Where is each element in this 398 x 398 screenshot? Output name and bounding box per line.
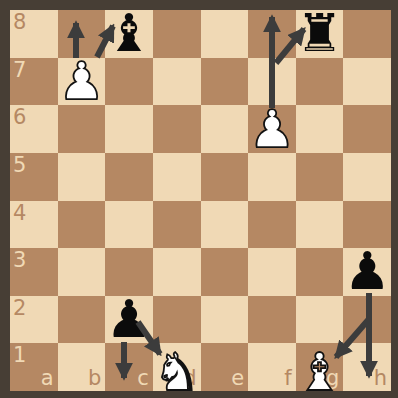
- square-d1[interactable]: d♞: [153, 343, 201, 391]
- square-f6[interactable]: ♟: [248, 105, 296, 153]
- square-e5[interactable]: [201, 153, 249, 201]
- square-a2[interactable]: 2: [10, 296, 58, 344]
- rank-label-6: 6: [13, 107, 26, 128]
- square-g8[interactable]: ♜: [296, 10, 344, 58]
- file-label-b: b: [88, 368, 101, 389]
- square-a1[interactable]: 1a: [10, 343, 58, 391]
- square-d8[interactable]: [153, 10, 201, 58]
- square-c7[interactable]: [105, 58, 153, 106]
- file-label-f: f: [284, 368, 291, 389]
- square-g7[interactable]: [296, 58, 344, 106]
- rank-label-1: 1: [13, 345, 26, 366]
- square-f3[interactable]: [248, 248, 296, 296]
- square-f2[interactable]: [248, 296, 296, 344]
- square-a3[interactable]: 3: [10, 248, 58, 296]
- black-pawn-c2[interactable]: ♟: [106, 296, 153, 343]
- rank-label-8: 8: [13, 12, 26, 33]
- square-a5[interactable]: 5: [10, 153, 58, 201]
- square-g6[interactable]: [296, 105, 344, 153]
- square-b7[interactable]: ♟: [58, 58, 106, 106]
- rank-label-5: 5: [13, 155, 26, 176]
- square-f1[interactable]: f: [248, 343, 296, 391]
- square-h2[interactable]: [343, 296, 391, 344]
- square-d4[interactable]: [153, 201, 201, 249]
- file-label-e: e: [231, 368, 244, 389]
- square-b6[interactable]: [58, 105, 106, 153]
- rank-label-2: 2: [13, 298, 26, 319]
- rank-label-3: 3: [13, 250, 26, 271]
- square-c4[interactable]: [105, 201, 153, 249]
- white-pawn-f6[interactable]: ♟: [249, 106, 296, 153]
- square-b1[interactable]: b: [58, 343, 106, 391]
- square-a7[interactable]: 7: [10, 58, 58, 106]
- white-pawn-b7[interactable]: ♟: [58, 58, 105, 105]
- square-g3[interactable]: [296, 248, 344, 296]
- square-e3[interactable]: [201, 248, 249, 296]
- square-h1[interactable]: h: [343, 343, 391, 391]
- square-f5[interactable]: [248, 153, 296, 201]
- square-d3[interactable]: [153, 248, 201, 296]
- square-a4[interactable]: 4: [10, 201, 58, 249]
- square-c1[interactable]: c: [105, 343, 153, 391]
- square-d5[interactable]: [153, 153, 201, 201]
- file-label-h: h: [374, 368, 387, 389]
- square-h5[interactable]: [343, 153, 391, 201]
- square-e2[interactable]: [201, 296, 249, 344]
- square-f4[interactable]: [248, 201, 296, 249]
- square-d2[interactable]: [153, 296, 201, 344]
- square-b2[interactable]: [58, 296, 106, 344]
- rank-label-7: 7: [13, 60, 26, 81]
- file-label-c: c: [137, 368, 149, 389]
- rank-label-4: 4: [13, 203, 26, 224]
- board-squares: 8♝♜7♟6♟543♟2♟1abcd♞efg♝h: [10, 10, 391, 391]
- square-c6[interactable]: [105, 105, 153, 153]
- square-c8[interactable]: ♝: [105, 10, 153, 58]
- square-a8[interactable]: 8: [10, 10, 58, 58]
- square-d6[interactable]: [153, 105, 201, 153]
- white-knight-d1[interactable]: ♞: [153, 349, 200, 396]
- white-bishop-g1[interactable]: ♝: [296, 349, 343, 396]
- square-h6[interactable]: [343, 105, 391, 153]
- square-e6[interactable]: [201, 105, 249, 153]
- square-e1[interactable]: e: [201, 343, 249, 391]
- chess-board: 8♝♜7♟6♟543♟2♟1abcd♞efg♝h: [0, 0, 398, 398]
- square-h3[interactable]: ♟: [343, 248, 391, 296]
- square-e4[interactable]: [201, 201, 249, 249]
- square-e8[interactable]: [201, 10, 249, 58]
- square-a6[interactable]: 6: [10, 105, 58, 153]
- square-b4[interactable]: [58, 201, 106, 249]
- square-b5[interactable]: [58, 153, 106, 201]
- black-pawn-h3[interactable]: ♟: [344, 248, 391, 295]
- square-c5[interactable]: [105, 153, 153, 201]
- black-rook-g8[interactable]: ♜: [296, 10, 343, 57]
- black-bishop-c8[interactable]: ♝: [106, 10, 153, 57]
- square-f8[interactable]: [248, 10, 296, 58]
- square-b3[interactable]: [58, 248, 106, 296]
- square-h7[interactable]: [343, 58, 391, 106]
- square-g5[interactable]: [296, 153, 344, 201]
- square-g1[interactable]: g♝: [296, 343, 344, 391]
- square-e7[interactable]: [201, 58, 249, 106]
- square-d7[interactable]: [153, 58, 201, 106]
- square-h8[interactable]: [343, 10, 391, 58]
- file-label-a: a: [41, 368, 54, 389]
- square-g4[interactable]: [296, 201, 344, 249]
- square-g2[interactable]: [296, 296, 344, 344]
- square-c2[interactable]: ♟: [105, 296, 153, 344]
